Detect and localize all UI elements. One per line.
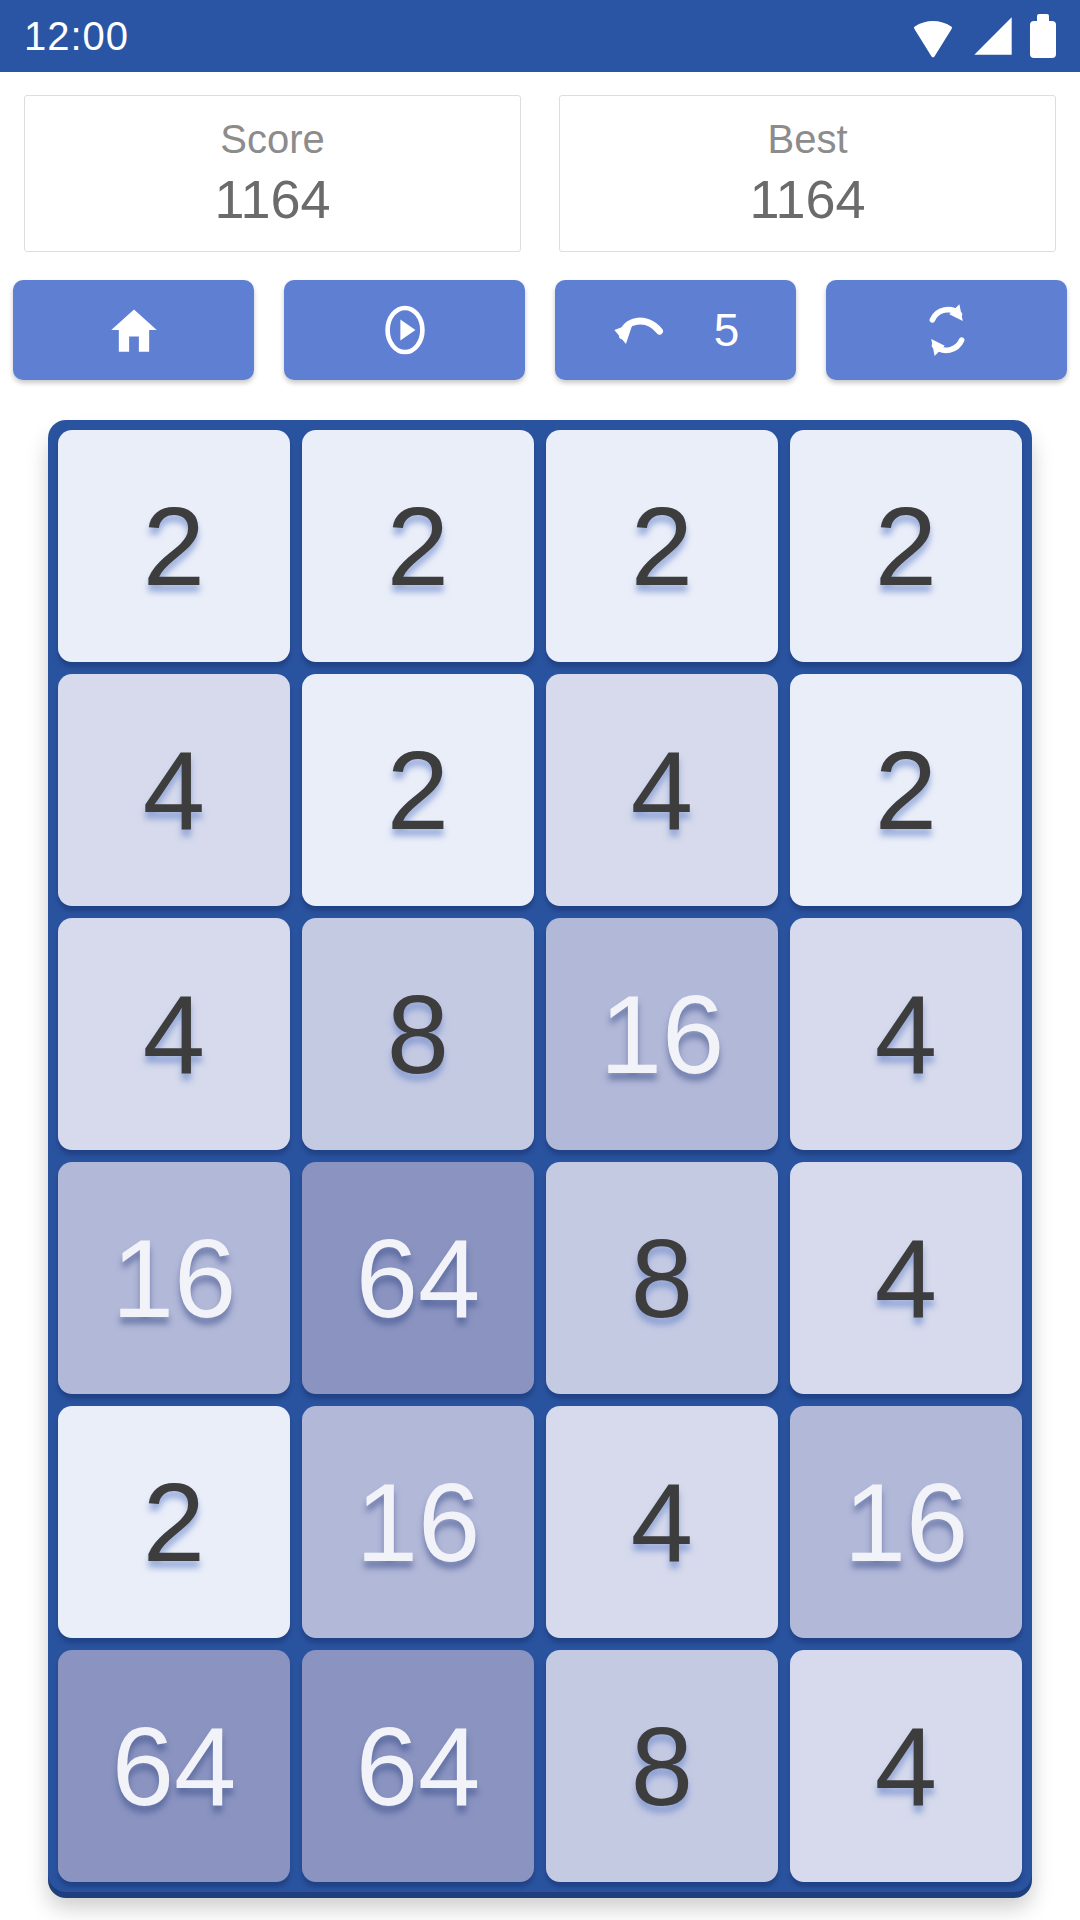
undo-button[interactable]: 5 — [555, 280, 796, 380]
status-bar: 12:00 — [0, 0, 1080, 72]
tile-r3c1: 4 — [58, 918, 290, 1150]
tile-value: 8 — [631, 1214, 693, 1343]
battery-icon — [1030, 14, 1056, 58]
undo-count: 5 — [714, 303, 740, 357]
restart-icon — [922, 303, 972, 357]
tile-r3c4: 4 — [790, 918, 1022, 1150]
score-box: Score 1164 — [24, 95, 521, 252]
tile-r3c2: 8 — [302, 918, 534, 1150]
tile-value: 64 — [112, 1702, 237, 1831]
tile-value: 4 — [631, 1458, 693, 1587]
tile-value: 64 — [356, 1214, 481, 1343]
tile-value: 4 — [875, 970, 937, 1099]
tile-r2c2: 2 — [302, 674, 534, 906]
restart-button[interactable] — [826, 280, 1067, 380]
tile-value: 2 — [631, 482, 693, 611]
board[interactable]: 2222424248164166484216416646484 — [48, 420, 1032, 1892]
best-label: Best — [767, 117, 847, 162]
tile-value: 4 — [875, 1702, 937, 1831]
tile-r4c2: 64 — [302, 1162, 534, 1394]
tile-value: 4 — [143, 970, 205, 1099]
play-button[interactable] — [284, 280, 525, 380]
score-value: 1164 — [214, 168, 330, 230]
tile-r1c2: 2 — [302, 430, 534, 662]
tile-value: 4 — [631, 726, 693, 855]
tile-value: 8 — [631, 1702, 693, 1831]
tile-r2c3: 4 — [546, 674, 778, 906]
tile-value: 2 — [143, 1458, 205, 1587]
score-row: Score 1164 Best 1164 — [0, 72, 1080, 252]
tile-r5c1: 2 — [58, 1406, 290, 1638]
tile-value: 16 — [112, 1214, 237, 1343]
score-label: Score — [220, 117, 325, 162]
tile-value: 16 — [356, 1458, 481, 1587]
tile-value: 2 — [143, 482, 205, 611]
tile-r6c1: 64 — [58, 1650, 290, 1882]
undo-icon — [612, 308, 670, 352]
tile-r1c3: 2 — [546, 430, 778, 662]
tile-r4c4: 4 — [790, 1162, 1022, 1394]
tile-r1c4: 2 — [790, 430, 1022, 662]
tile-r4c3: 8 — [546, 1162, 778, 1394]
tile-r2c1: 4 — [58, 674, 290, 906]
tile-r5c4: 16 — [790, 1406, 1022, 1638]
tile-value: 64 — [356, 1702, 481, 1831]
tile-r5c2: 16 — [302, 1406, 534, 1638]
tile-r5c3: 4 — [546, 1406, 778, 1638]
tile-r6c4: 4 — [790, 1650, 1022, 1882]
tile-r1c1: 2 — [58, 430, 290, 662]
toolbar: 5 — [0, 252, 1080, 380]
tile-r6c2: 64 — [302, 1650, 534, 1882]
tile-value: 2 — [875, 726, 937, 855]
tile-value: 2 — [875, 482, 937, 611]
tile-value: 2 — [387, 482, 449, 611]
status-icons — [910, 13, 1056, 59]
tile-r4c1: 16 — [58, 1162, 290, 1394]
tile-r3c3: 16 — [546, 918, 778, 1150]
clock: 12:00 — [24, 14, 129, 59]
tile-value: 16 — [600, 970, 725, 1099]
best-value: 1164 — [749, 168, 865, 230]
tile-value: 4 — [143, 726, 205, 855]
tile-value: 8 — [387, 970, 449, 1099]
wifi-icon — [910, 13, 956, 59]
tile-value: 16 — [844, 1458, 969, 1587]
home-button[interactable] — [13, 280, 254, 380]
home-icon — [108, 306, 160, 354]
best-box: Best 1164 — [559, 95, 1056, 252]
play-icon — [378, 301, 432, 359]
tile-value: 2 — [387, 726, 449, 855]
tile-value: 4 — [875, 1214, 937, 1343]
tile-r2c4: 2 — [790, 674, 1022, 906]
tile-r6c3: 8 — [546, 1650, 778, 1882]
signal-icon — [972, 15, 1014, 57]
